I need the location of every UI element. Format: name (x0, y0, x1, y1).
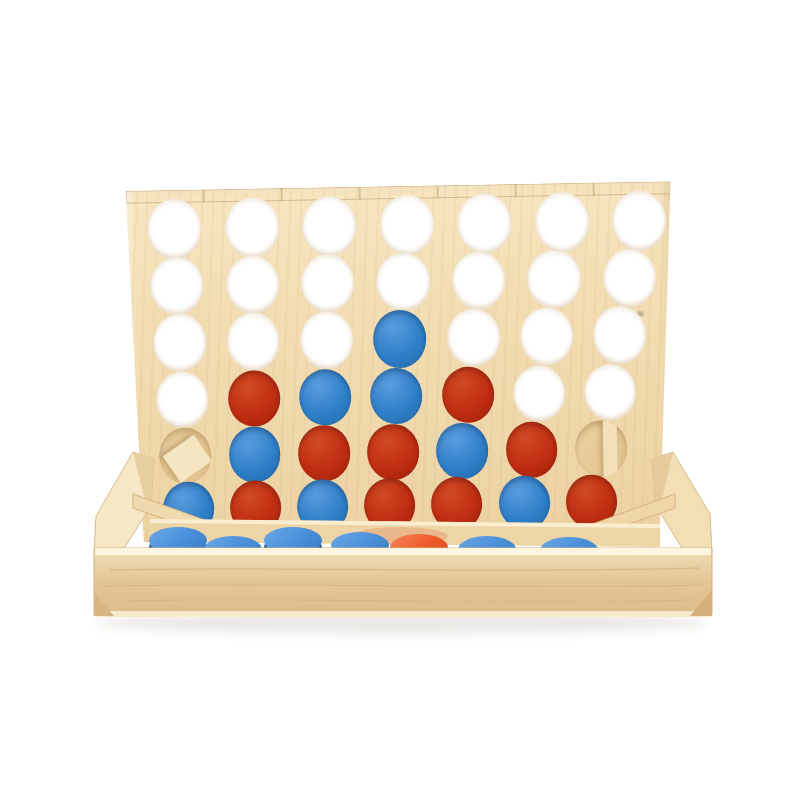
storage-tray-front (0, 0, 800, 800)
connect-four-product-photo (0, 0, 800, 800)
box-front-face (94, 548, 712, 617)
